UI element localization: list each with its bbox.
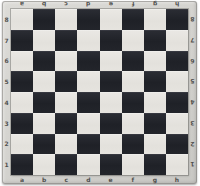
file-label-h: h [166, 175, 188, 184]
square-c5[interactable] [55, 71, 77, 92]
square-d8[interactable] [77, 9, 99, 30]
square-c1[interactable] [55, 154, 77, 175]
square-a3[interactable] [11, 113, 33, 134]
board-grid [11, 9, 188, 175]
square-e6[interactable] [100, 51, 122, 72]
square-f7[interactable] [122, 30, 144, 51]
square-g4[interactable] [144, 92, 166, 113]
file-label-c: c [55, 175, 77, 184]
file-label-f: f [122, 1, 144, 9]
square-g6[interactable] [144, 51, 166, 72]
square-c8[interactable] [55, 9, 77, 30]
file-label-b: b [33, 1, 55, 9]
rank-label-6: 6 [188, 51, 197, 72]
square-a5[interactable] [11, 71, 33, 92]
rank-label-2: 2 [188, 134, 197, 155]
square-b1[interactable] [33, 154, 55, 175]
file-labels-bottom: abcdefgh [11, 175, 188, 184]
square-a8[interactable] [11, 9, 33, 30]
square-h5[interactable] [166, 71, 188, 92]
square-c2[interactable] [55, 134, 77, 155]
square-d1[interactable] [77, 154, 99, 175]
file-labels-top: abcdefgh [11, 1, 188, 9]
square-a7[interactable] [11, 30, 33, 51]
square-f4[interactable] [122, 92, 144, 113]
square-c7[interactable] [55, 30, 77, 51]
square-d5[interactable] [77, 71, 99, 92]
rank-label-7: 7 [188, 30, 197, 51]
square-f1[interactable] [122, 154, 144, 175]
square-f2[interactable] [122, 134, 144, 155]
square-f8[interactable] [122, 9, 144, 30]
square-c3[interactable] [55, 113, 77, 134]
rank-labels-right: 87654321 [188, 9, 197, 175]
square-d2[interactable] [77, 134, 99, 155]
file-label-e: e [100, 1, 122, 9]
file-label-d: d [77, 1, 99, 9]
square-e1[interactable] [100, 154, 122, 175]
rank-label-1: 1 [188, 154, 197, 175]
file-label-b: b [33, 175, 55, 184]
square-g8[interactable] [144, 9, 166, 30]
square-d4[interactable] [77, 92, 99, 113]
square-d7[interactable] [77, 30, 99, 51]
square-a6[interactable] [11, 51, 33, 72]
square-f3[interactable] [122, 113, 144, 134]
square-b8[interactable] [33, 9, 55, 30]
square-f5[interactable] [122, 71, 144, 92]
square-d3[interactable] [77, 113, 99, 134]
square-e8[interactable] [100, 9, 122, 30]
file-label-d: d [77, 175, 99, 184]
file-label-g: g [144, 175, 166, 184]
square-b5[interactable] [33, 71, 55, 92]
square-g1[interactable] [144, 154, 166, 175]
square-h8[interactable] [166, 9, 188, 30]
rank-label-1: 1 [2, 154, 11, 175]
rank-label-2: 2 [2, 134, 11, 155]
square-h7[interactable] [166, 30, 188, 51]
file-label-c: c [55, 1, 77, 9]
file-label-a: a [11, 1, 33, 9]
square-a2[interactable] [11, 134, 33, 155]
square-d6[interactable] [77, 51, 99, 72]
file-label-e: e [100, 175, 122, 184]
rank-label-5: 5 [2, 71, 11, 92]
square-f6[interactable] [122, 51, 144, 72]
square-e5[interactable] [100, 71, 122, 92]
file-label-g: g [144, 1, 166, 9]
file-label-h: h [166, 1, 188, 9]
square-e3[interactable] [100, 113, 122, 134]
chessboard: abcdefgh abcdefgh 87654321 87654321 [2, 1, 197, 184]
square-b2[interactable] [33, 134, 55, 155]
square-b7[interactable] [33, 30, 55, 51]
square-e2[interactable] [100, 134, 122, 155]
rank-label-4: 4 [2, 92, 11, 113]
square-h4[interactable] [166, 92, 188, 113]
square-g3[interactable] [144, 113, 166, 134]
board-photo: abcdefgh abcdefgh 87654321 87654321 [0, 0, 200, 186]
square-g2[interactable] [144, 134, 166, 155]
rank-labels-left: 87654321 [2, 9, 11, 175]
square-c4[interactable] [55, 92, 77, 113]
square-b4[interactable] [33, 92, 55, 113]
square-e4[interactable] [100, 92, 122, 113]
square-b6[interactable] [33, 51, 55, 72]
square-g5[interactable] [144, 71, 166, 92]
rank-label-8: 8 [2, 9, 11, 30]
square-e7[interactable] [100, 30, 122, 51]
rank-label-3: 3 [188, 113, 197, 134]
rank-label-3: 3 [2, 113, 11, 134]
square-h6[interactable] [166, 51, 188, 72]
rank-label-7: 7 [2, 30, 11, 51]
rank-label-5: 5 [188, 71, 197, 92]
square-a1[interactable] [11, 154, 33, 175]
square-b3[interactable] [33, 113, 55, 134]
square-h3[interactable] [166, 113, 188, 134]
square-g7[interactable] [144, 30, 166, 51]
file-label-f: f [122, 175, 144, 184]
file-label-a: a [11, 175, 33, 184]
rank-label-8: 8 [188, 9, 197, 30]
rank-label-6: 6 [2, 51, 11, 72]
rank-label-4: 4 [188, 92, 197, 113]
square-a4[interactable] [11, 92, 33, 113]
square-h1[interactable] [166, 154, 188, 175]
square-c6[interactable] [55, 51, 77, 72]
square-h2[interactable] [166, 134, 188, 155]
